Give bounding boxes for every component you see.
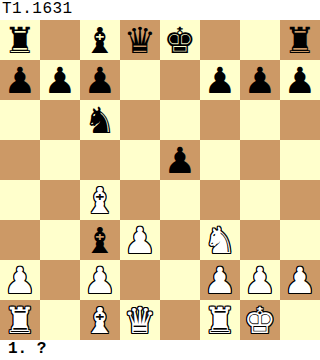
square-g7[interactable]: ♟ xyxy=(240,60,280,100)
square-h7[interactable]: ♟ xyxy=(280,60,320,100)
square-f8[interactable] xyxy=(200,20,240,60)
square-g5[interactable] xyxy=(240,140,280,180)
square-c8[interactable]: ♝ xyxy=(80,20,120,60)
square-h1[interactable] xyxy=(280,300,320,340)
square-g6[interactable] xyxy=(240,100,280,140)
black-pawn: ♟ xyxy=(40,60,80,100)
white-pawn: ♟ xyxy=(280,260,320,300)
white-queen: ♛ xyxy=(120,300,160,340)
square-a3[interactable] xyxy=(0,220,40,260)
square-d1[interactable]: ♛ xyxy=(120,300,160,340)
black-king: ♚ xyxy=(160,20,200,60)
square-d8[interactable]: ♛ xyxy=(120,20,160,60)
black-pawn: ♟ xyxy=(0,60,40,100)
square-g1[interactable]: ♚ xyxy=(240,300,280,340)
square-g2[interactable]: ♟ xyxy=(240,260,280,300)
black-queen: ♛ xyxy=(120,20,160,60)
square-g3[interactable] xyxy=(240,220,280,260)
black-bishop: ♝ xyxy=(80,220,120,260)
square-b3[interactable] xyxy=(40,220,80,260)
square-b1[interactable] xyxy=(40,300,80,340)
square-f2[interactable]: ♟ xyxy=(200,260,240,300)
square-f6[interactable] xyxy=(200,100,240,140)
square-a7[interactable]: ♟ xyxy=(0,60,40,100)
square-a1[interactable]: ♜ xyxy=(0,300,40,340)
white-pawn: ♟ xyxy=(200,260,240,300)
black-pawn: ♟ xyxy=(160,140,200,180)
white-king: ♚ xyxy=(240,300,280,340)
square-a8[interactable]: ♜ xyxy=(0,20,40,60)
square-a6[interactable] xyxy=(0,100,40,140)
white-knight: ♞ xyxy=(200,220,240,260)
square-f4[interactable] xyxy=(200,180,240,220)
square-h6[interactable] xyxy=(280,100,320,140)
square-d2[interactable] xyxy=(120,260,160,300)
black-pawn: ♟ xyxy=(200,60,240,100)
white-pawn: ♟ xyxy=(240,260,280,300)
black-pawn: ♟ xyxy=(240,60,280,100)
square-f3[interactable]: ♞ xyxy=(200,220,240,260)
square-e1[interactable] xyxy=(160,300,200,340)
puzzle-id-label: T1.1631 xyxy=(2,0,73,20)
square-g4[interactable] xyxy=(240,180,280,220)
black-rook: ♜ xyxy=(280,20,320,60)
square-f1[interactable]: ♜ xyxy=(200,300,240,340)
square-h2[interactable]: ♟ xyxy=(280,260,320,300)
square-e4[interactable] xyxy=(160,180,200,220)
square-h5[interactable] xyxy=(280,140,320,180)
white-rook: ♜ xyxy=(0,300,40,340)
square-e2[interactable] xyxy=(160,260,200,300)
white-pawn: ♟ xyxy=(120,220,160,260)
square-b7[interactable]: ♟ xyxy=(40,60,80,100)
square-c3[interactable]: ♝ xyxy=(80,220,120,260)
square-c4[interactable]: ♝ xyxy=(80,180,120,220)
chess-board: ♜♝♛♚♜♟♟♟♟♟♟♞♟♝♝♟♞♟♟♟♟♟♜♝♛♜♚ xyxy=(0,20,320,340)
square-g8[interactable] xyxy=(240,20,280,60)
square-b5[interactable] xyxy=(40,140,80,180)
white-pawn: ♟ xyxy=(80,260,120,300)
square-c5[interactable] xyxy=(80,140,120,180)
chess-puzzle-page: T1.1631 ♜♝♛♚♜♟♟♟♟♟♟♞♟♝♝♟♞♟♟♟♟♟♜♝♛♜♚ 1. ? xyxy=(0,0,320,360)
square-e8[interactable]: ♚ xyxy=(160,20,200,60)
square-d7[interactable] xyxy=(120,60,160,100)
square-b4[interactable] xyxy=(40,180,80,220)
white-rook: ♜ xyxy=(200,300,240,340)
black-pawn: ♟ xyxy=(280,60,320,100)
square-e6[interactable] xyxy=(160,100,200,140)
black-knight: ♞ xyxy=(80,100,120,140)
white-bishop: ♝ xyxy=(80,180,120,220)
square-b8[interactable] xyxy=(40,20,80,60)
square-f5[interactable] xyxy=(200,140,240,180)
move-prompt: 1. ? xyxy=(8,340,46,360)
square-c1[interactable]: ♝ xyxy=(80,300,120,340)
white-pawn: ♟ xyxy=(0,260,40,300)
square-c7[interactable]: ♟ xyxy=(80,60,120,100)
black-pawn: ♟ xyxy=(80,60,120,100)
square-c2[interactable]: ♟ xyxy=(80,260,120,300)
square-a4[interactable] xyxy=(0,180,40,220)
square-e5[interactable]: ♟ xyxy=(160,140,200,180)
square-e3[interactable] xyxy=(160,220,200,260)
square-e7[interactable] xyxy=(160,60,200,100)
square-c6[interactable]: ♞ xyxy=(80,100,120,140)
black-bishop: ♝ xyxy=(80,20,120,60)
square-f7[interactable]: ♟ xyxy=(200,60,240,100)
square-b6[interactable] xyxy=(40,100,80,140)
square-a5[interactable] xyxy=(0,140,40,180)
square-h4[interactable] xyxy=(280,180,320,220)
square-d4[interactable] xyxy=(120,180,160,220)
square-a2[interactable]: ♟ xyxy=(0,260,40,300)
square-d5[interactable] xyxy=(120,140,160,180)
square-d6[interactable] xyxy=(120,100,160,140)
white-bishop: ♝ xyxy=(80,300,120,340)
square-h8[interactable]: ♜ xyxy=(280,20,320,60)
square-d3[interactable]: ♟ xyxy=(120,220,160,260)
square-h3[interactable] xyxy=(280,220,320,260)
black-rook: ♜ xyxy=(0,20,40,60)
square-b2[interactable] xyxy=(40,260,80,300)
